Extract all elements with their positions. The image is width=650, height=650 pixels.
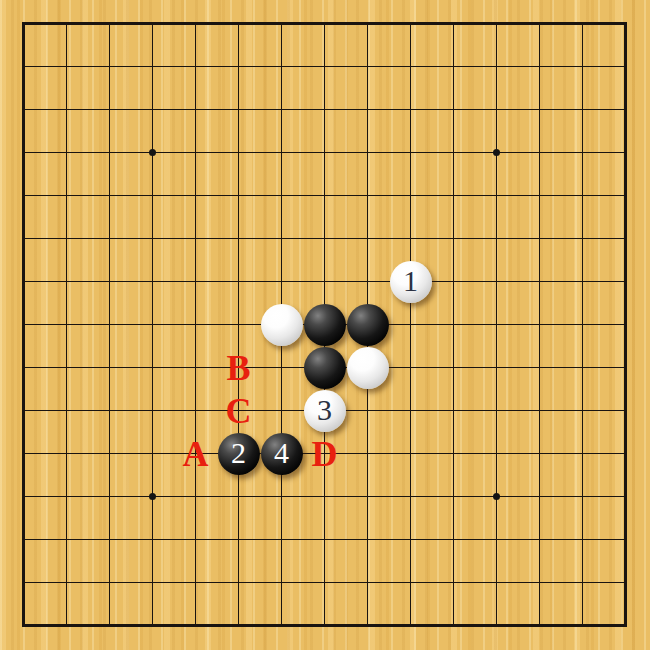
- move-number: 2: [231, 438, 246, 468]
- white-stone: [261, 304, 303, 346]
- move-number: 3: [317, 395, 332, 425]
- white-stone: 3: [304, 390, 346, 432]
- board: 1324ABCD: [0, 0, 650, 650]
- black-stone: [304, 304, 346, 346]
- black-stone: [347, 304, 389, 346]
- star-point-dot: [149, 493, 156, 500]
- choice-d-label[interactable]: D: [303, 432, 346, 475]
- stone-black-f5: 2: [217, 432, 260, 475]
- stone-black-j8: [346, 303, 389, 346]
- choice-letter[interactable]: D: [312, 436, 338, 472]
- star-point-dot: [493, 493, 500, 500]
- stone-white-k9: 1: [389, 260, 432, 303]
- white-stone: [347, 347, 389, 389]
- choice-letter[interactable]: A: [183, 436, 209, 472]
- stone-black-h7: [303, 346, 346, 389]
- black-stone: 4: [261, 433, 303, 475]
- move-number: 4: [274, 438, 289, 468]
- star-point-dot: [149, 149, 156, 156]
- choice-c-label[interactable]: C: [217, 389, 260, 432]
- stone-black-g5: 4: [260, 432, 303, 475]
- star-point: [131, 131, 174, 174]
- white-stone: 1: [390, 261, 432, 303]
- stone-black-h8: [303, 303, 346, 346]
- choice-letter[interactable]: C: [226, 393, 252, 429]
- stone-white-g8: [260, 303, 303, 346]
- star-point: [475, 131, 518, 174]
- star-point: [131, 475, 174, 518]
- choice-letter[interactable]: B: [226, 350, 250, 386]
- choice-a-label[interactable]: A: [174, 432, 217, 475]
- move-number: 1: [403, 266, 418, 296]
- star-point-dot: [493, 149, 500, 156]
- stone-white-j7: [346, 346, 389, 389]
- board-intersections[interactable]: 1324ABCD: [2, 2, 647, 647]
- black-stone: [304, 347, 346, 389]
- stone-white-h6: 3: [303, 389, 346, 432]
- choice-b-label[interactable]: B: [217, 346, 260, 389]
- black-stone: 2: [218, 433, 260, 475]
- star-point: [475, 475, 518, 518]
